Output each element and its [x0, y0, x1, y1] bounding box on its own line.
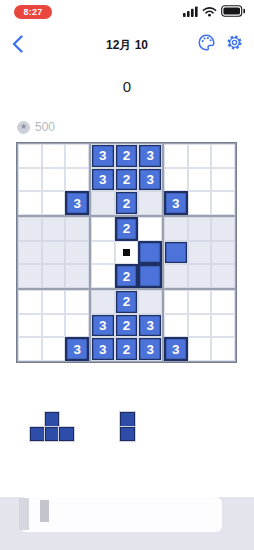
- board-cell[interactable]: [138, 191, 162, 215]
- board-cell[interactable]: [211, 314, 235, 338]
- nav-actions: [197, 35, 244, 54]
- board-cell[interactable]: [65, 290, 89, 314]
- piece-cell: [30, 427, 45, 442]
- board-cell[interactable]: 3: [65, 337, 89, 361]
- piece-1[interactable]: [30, 412, 74, 442]
- piece-cell: [120, 427, 135, 442]
- black-square-marker: [123, 249, 130, 256]
- status-icons: [183, 6, 245, 18]
- board-cell[interactable]: [164, 314, 188, 338]
- board-cell[interactable]: [188, 191, 212, 215]
- board-cell[interactable]: [211, 290, 235, 314]
- board-cell[interactable]: 2: [115, 337, 139, 361]
- piece-2[interactable]: [120, 412, 135, 442]
- board-cell[interactable]: [138, 241, 162, 265]
- piece-cell: [45, 427, 60, 442]
- gear-icon: [225, 33, 244, 56]
- board-cell[interactable]: [211, 217, 235, 241]
- board-cell[interactable]: [164, 264, 188, 288]
- board-cell[interactable]: [188, 264, 212, 288]
- time-pill[interactable]: 8:27: [14, 5, 52, 19]
- battery-icon: [221, 3, 245, 21]
- board-cell[interactable]: [164, 144, 188, 168]
- palette-icon: [197, 33, 216, 56]
- board-box: [17, 216, 90, 289]
- board-cell[interactable]: [115, 241, 139, 265]
- board-cell[interactable]: 2: [115, 168, 139, 192]
- board-cell[interactable]: [211, 337, 235, 361]
- board-cell[interactable]: [18, 290, 42, 314]
- score-value: 0: [0, 78, 254, 95]
- board-cell[interactable]: [164, 168, 188, 192]
- board-cell[interactable]: [91, 191, 115, 215]
- board-cell[interactable]: 2: [115, 144, 139, 168]
- board-cell[interactable]: [18, 264, 42, 288]
- board-cell[interactable]: [42, 314, 66, 338]
- board-cell[interactable]: 2: [115, 314, 139, 338]
- board-cell[interactable]: [18, 314, 42, 338]
- board-cell[interactable]: [188, 290, 212, 314]
- board-cell[interactable]: [211, 241, 235, 265]
- board-cell[interactable]: 3: [164, 191, 188, 215]
- board-cell[interactable]: 2: [115, 217, 139, 241]
- board-cell[interactable]: [164, 217, 188, 241]
- banner-skeleton-block: [40, 500, 49, 522]
- board-cell[interactable]: [188, 168, 212, 192]
- banner-card: [20, 497, 222, 532]
- banner-skeleton-block: [19, 498, 29, 530]
- board-cell[interactable]: [42, 144, 66, 168]
- board-cell[interactable]: [211, 168, 235, 192]
- board-cell[interactable]: [188, 217, 212, 241]
- board-cell[interactable]: [42, 191, 66, 215]
- board-cell[interactable]: [18, 144, 42, 168]
- board[interactable]: 33233232322323233233: [16, 142, 237, 363]
- board-cell[interactable]: [18, 337, 42, 361]
- board-box: [163, 216, 236, 289]
- board-box: 3233232: [90, 143, 163, 216]
- board-cell[interactable]: [18, 241, 42, 265]
- board-box: 3: [163, 289, 236, 362]
- board-cell[interactable]: [18, 217, 42, 241]
- board-cell[interactable]: [188, 337, 212, 361]
- piece-cell: [59, 427, 74, 442]
- theme-palette-button[interactable]: [197, 35, 216, 54]
- board-cell[interactable]: [188, 144, 212, 168]
- board-cell[interactable]: [188, 241, 212, 265]
- board-cell[interactable]: [42, 337, 66, 361]
- board-cell[interactable]: [42, 264, 66, 288]
- piece-cell: [45, 412, 60, 427]
- board-cell[interactable]: [91, 217, 115, 241]
- board-box: 2323323: [90, 289, 163, 362]
- board-cell[interactable]: 3: [91, 144, 115, 168]
- board-cell[interactable]: [91, 241, 115, 265]
- board-cell[interactable]: [91, 264, 115, 288]
- board-cell[interactable]: [18, 168, 42, 192]
- board-cell[interactable]: [211, 264, 235, 288]
- star-points: 500: [35, 120, 55, 134]
- board-cell[interactable]: [138, 217, 162, 241]
- board-cell[interactable]: [138, 290, 162, 314]
- board-cell[interactable]: [18, 191, 42, 215]
- board-box: 3: [17, 289, 90, 362]
- board-cell[interactable]: [138, 264, 162, 288]
- board-cell[interactable]: [42, 168, 66, 192]
- board-cell[interactable]: [65, 168, 89, 192]
- status-bar: 8:27: [0, 0, 254, 26]
- board-cell[interactable]: 3: [65, 191, 89, 215]
- board-cell[interactable]: [65, 144, 89, 168]
- board-cell[interactable]: [188, 314, 212, 338]
- board-cell[interactable]: 3: [91, 168, 115, 192]
- board-cell[interactable]: [42, 241, 66, 265]
- bottom-banner-area: [0, 497, 254, 550]
- board-cell[interactable]: [91, 290, 115, 314]
- board-cell[interactable]: [65, 217, 89, 241]
- board-cell[interactable]: [42, 217, 66, 241]
- board-cell[interactable]: [42, 290, 66, 314]
- board-cell[interactable]: [65, 264, 89, 288]
- board-cell[interactable]: 3: [138, 144, 162, 168]
- wifi-icon: [202, 3, 217, 21]
- board-cell[interactable]: 3: [91, 314, 115, 338]
- star-reward-badge: ★ 500: [17, 120, 55, 134]
- cellular-icon: [183, 3, 198, 21]
- settings-button[interactable]: [225, 35, 244, 54]
- board-cell[interactable]: [65, 314, 89, 338]
- board-box: 3: [17, 143, 90, 216]
- board-cell[interactable]: [211, 191, 235, 215]
- board-cell[interactable]: 3: [91, 337, 115, 361]
- board-cell[interactable]: 3: [138, 168, 162, 192]
- board-cell[interactable]: 2: [115, 191, 139, 215]
- nav-bar: 12月 10: [0, 32, 254, 60]
- board-cell[interactable]: 3: [138, 337, 162, 361]
- status-time: 8:27: [24, 7, 43, 17]
- board-cell[interactable]: 3: [164, 337, 188, 361]
- board-cell[interactable]: [211, 144, 235, 168]
- board-cell[interactable]: 2: [115, 290, 139, 314]
- board-box: 3: [163, 143, 236, 216]
- board-box: 22: [90, 216, 163, 289]
- board-cell[interactable]: 2: [115, 264, 139, 288]
- star-icon: ★: [17, 121, 30, 134]
- board-cell[interactable]: [164, 241, 188, 265]
- board-cell[interactable]: [65, 241, 89, 265]
- piece-cell: [120, 412, 135, 427]
- board-cell[interactable]: [164, 290, 188, 314]
- board-cell[interactable]: 3: [138, 314, 162, 338]
